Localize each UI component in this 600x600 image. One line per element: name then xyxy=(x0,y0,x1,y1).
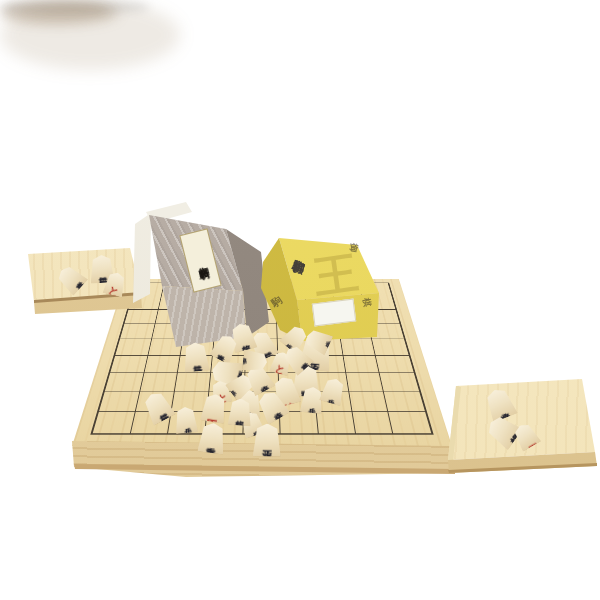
board-cell xyxy=(277,310,308,324)
board-cell xyxy=(219,283,248,296)
piece-kanji: 龍 xyxy=(279,388,292,394)
piece-kanji: 香車 xyxy=(221,345,229,351)
board-cell xyxy=(99,392,140,412)
board-cell xyxy=(140,373,178,392)
piece-kanji: 桂馬 xyxy=(97,267,106,270)
board-cell xyxy=(343,356,380,373)
board-cell xyxy=(183,324,216,339)
shogi-set-product-photo: 御将棋駒 王 御将棋駒 駒 棋 御 王将飛車歩兵歩兵龍金将と桂馬歩兵銀将香車桂馬… xyxy=(0,0,600,600)
piece-kanji: 歩兵 xyxy=(315,337,321,345)
piece-kanji: 銀将 xyxy=(238,335,247,340)
piece-pile-shadow xyxy=(0,0,180,70)
piece-kanji: 金将 xyxy=(254,376,263,383)
piece-kanji: 玉将 xyxy=(261,438,272,442)
yellow-box-title-text: 御将棋駒 xyxy=(297,250,309,254)
board-cell xyxy=(316,412,356,434)
piece-kanji: 角行 xyxy=(224,368,229,378)
piece-kanji: 香車 xyxy=(207,436,217,440)
piece-kanji: 馬 xyxy=(521,432,532,440)
piece-kanji: 桂馬 xyxy=(258,342,267,348)
board-cell xyxy=(125,310,159,324)
board-cell xyxy=(280,412,318,434)
piece-kanji: 歩兵 xyxy=(253,357,256,365)
board-cell xyxy=(110,356,148,373)
piece-kanji: 銀将 xyxy=(499,426,507,436)
board-cell xyxy=(148,339,183,355)
piece-kanji: 桂馬 xyxy=(153,404,162,411)
board-cell xyxy=(360,283,392,296)
piece-kanji: 歩兵 xyxy=(308,398,316,401)
board-cell xyxy=(346,373,384,392)
board-cell xyxy=(352,412,393,434)
board-cell xyxy=(161,283,192,296)
piece-kanji: 飛車 xyxy=(301,379,311,383)
board-cell xyxy=(247,310,278,324)
board-cell xyxy=(216,310,247,324)
piece-kanji: 桂馬 xyxy=(191,355,200,359)
board-cell xyxy=(376,356,414,373)
board-cell xyxy=(366,310,400,324)
board-cell xyxy=(218,296,248,310)
piece-kanji: 歩兵 xyxy=(291,334,299,341)
board-cell xyxy=(115,339,151,355)
board-cell xyxy=(155,310,188,324)
board-cell xyxy=(372,339,408,355)
piece-kanji: 金将 xyxy=(267,402,276,409)
board-cell xyxy=(349,392,388,412)
piece-kanji: 馬 xyxy=(207,406,220,411)
board-cell xyxy=(158,296,190,310)
board-cell xyxy=(144,356,181,373)
board-cell xyxy=(389,412,431,434)
board-cell xyxy=(338,324,372,339)
piece-kanji: と xyxy=(108,275,122,292)
piece-kanji: 香車 xyxy=(67,275,74,283)
piece-kanji: 歩兵 xyxy=(329,389,337,394)
board-cell xyxy=(129,296,162,310)
piece-kanji: 香車 xyxy=(293,355,301,362)
piece-kanji: 銀将 xyxy=(235,410,244,413)
board-cell xyxy=(105,373,144,392)
piece-kanji: 金将 xyxy=(495,401,505,408)
board-cell xyxy=(248,283,277,296)
board-cell xyxy=(384,392,425,412)
wood-box-label-text: 御将棋駒 xyxy=(195,257,206,263)
board-cell xyxy=(93,412,135,434)
shogi-piece: 金将 xyxy=(482,385,517,423)
board-cell xyxy=(175,373,212,392)
board-cell xyxy=(341,339,376,355)
board-cell xyxy=(152,324,186,339)
board-cell xyxy=(188,296,219,310)
board-cell xyxy=(133,283,165,296)
board-cell xyxy=(380,373,419,392)
piece-kanji: 歩兵 xyxy=(238,382,245,390)
board-cell xyxy=(120,324,155,339)
board-cell xyxy=(369,324,404,339)
board-cell xyxy=(186,310,218,324)
piece-kanji: 歩兵 xyxy=(182,418,190,421)
yellow-box-watermark: 王 xyxy=(310,243,362,308)
